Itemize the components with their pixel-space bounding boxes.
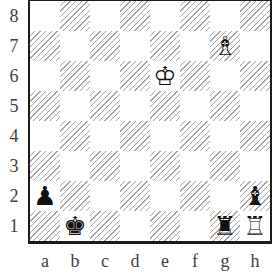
rank-label-7: 7 xyxy=(0,31,28,61)
rank-label-5: 5 xyxy=(0,91,28,121)
rank-label-8: 8 xyxy=(0,1,28,31)
square-e1[interactable] xyxy=(150,211,180,241)
rank-label-1: 1 xyxy=(0,211,28,241)
square-f1[interactable] xyxy=(180,211,210,241)
piece-white-rook[interactable]: ♖ xyxy=(240,211,270,241)
square-a5[interactable] xyxy=(30,91,60,121)
piece-black-pawn[interactable]: ♟ xyxy=(30,181,60,211)
file-label-e: e xyxy=(150,246,180,276)
chess-diagram: 87654321 ♗♔♟♝♚♜♖ abcdefgh xyxy=(0,0,279,279)
square-b7[interactable] xyxy=(60,31,90,61)
square-b5[interactable] xyxy=(60,91,90,121)
square-b3[interactable] xyxy=(60,151,90,181)
file-label-f: f xyxy=(180,246,210,276)
square-d4[interactable] xyxy=(120,121,150,151)
square-e6[interactable]: ♔ xyxy=(150,61,180,91)
square-c3[interactable] xyxy=(90,151,120,181)
square-g4[interactable] xyxy=(210,121,240,151)
square-a4[interactable] xyxy=(30,121,60,151)
square-d6[interactable] xyxy=(120,61,150,91)
square-g7[interactable]: ♗ xyxy=(210,31,240,61)
square-d8[interactable] xyxy=(120,1,150,31)
square-c4[interactable] xyxy=(90,121,120,151)
square-g1[interactable]: ♜ xyxy=(210,211,240,241)
file-label-b: b xyxy=(60,246,90,276)
square-a8[interactable] xyxy=(30,1,60,31)
square-e7[interactable] xyxy=(150,31,180,61)
square-b1[interactable]: ♚ xyxy=(60,211,90,241)
piece-black-bishop[interactable]: ♝ xyxy=(240,181,270,211)
square-h8[interactable] xyxy=(240,1,270,31)
file-label-c: c xyxy=(90,246,120,276)
chess-board: ♗♔♟♝♚♜♖ xyxy=(30,1,270,241)
rank-label-2: 2 xyxy=(0,181,28,211)
square-d2[interactable] xyxy=(120,181,150,211)
square-d7[interactable] xyxy=(120,31,150,61)
rank-label-4: 4 xyxy=(0,121,28,151)
file-label-a: a xyxy=(30,246,60,276)
square-h7[interactable] xyxy=(240,31,270,61)
square-b4[interactable] xyxy=(60,121,90,151)
square-h1[interactable]: ♖ xyxy=(240,211,270,241)
square-g6[interactable] xyxy=(210,61,240,91)
square-a1[interactable] xyxy=(30,211,60,241)
square-c1[interactable] xyxy=(90,211,120,241)
square-a2[interactable]: ♟ xyxy=(30,181,60,211)
square-f2[interactable] xyxy=(180,181,210,211)
square-e2[interactable] xyxy=(150,181,180,211)
piece-white-bishop[interactable]: ♗ xyxy=(210,31,240,61)
square-b2[interactable] xyxy=(60,181,90,211)
square-e4[interactable] xyxy=(150,121,180,151)
square-a6[interactable] xyxy=(30,61,60,91)
square-d5[interactable] xyxy=(120,91,150,121)
square-f6[interactable] xyxy=(180,61,210,91)
square-h4[interactable] xyxy=(240,121,270,151)
square-g2[interactable] xyxy=(210,181,240,211)
rank-label-3: 3 xyxy=(0,151,28,181)
square-g8[interactable] xyxy=(210,1,240,31)
square-h2[interactable]: ♝ xyxy=(240,181,270,211)
square-b6[interactable] xyxy=(60,61,90,91)
square-f4[interactable] xyxy=(180,121,210,151)
file-labels: abcdefgh xyxy=(30,246,270,276)
square-h3[interactable] xyxy=(240,151,270,181)
square-f3[interactable] xyxy=(180,151,210,181)
piece-white-king[interactable]: ♔ xyxy=(150,61,180,91)
square-h5[interactable] xyxy=(240,91,270,121)
file-label-g: g xyxy=(210,246,240,276)
square-e8[interactable] xyxy=(150,1,180,31)
square-g5[interactable] xyxy=(210,91,240,121)
square-f7[interactable] xyxy=(180,31,210,61)
square-f8[interactable] xyxy=(180,1,210,31)
rank-labels: 87654321 xyxy=(0,1,28,241)
piece-black-king[interactable]: ♚ xyxy=(60,211,90,241)
piece-black-rook[interactable]: ♜ xyxy=(210,211,240,241)
square-c8[interactable] xyxy=(90,1,120,31)
square-d3[interactable] xyxy=(120,151,150,181)
square-a3[interactable] xyxy=(30,151,60,181)
square-g3[interactable] xyxy=(210,151,240,181)
board-frame: ♗♔♟♝♚♜♖ xyxy=(28,0,272,244)
rank-label-6: 6 xyxy=(0,61,28,91)
square-c6[interactable] xyxy=(90,61,120,91)
square-e3[interactable] xyxy=(150,151,180,181)
square-c2[interactable] xyxy=(90,181,120,211)
file-label-h: h xyxy=(240,246,270,276)
square-h6[interactable] xyxy=(240,61,270,91)
square-c5[interactable] xyxy=(90,91,120,121)
square-c7[interactable] xyxy=(90,31,120,61)
square-e5[interactable] xyxy=(150,91,180,121)
square-d1[interactable] xyxy=(120,211,150,241)
square-f5[interactable] xyxy=(180,91,210,121)
square-a7[interactable] xyxy=(30,31,60,61)
square-b8[interactable] xyxy=(60,1,90,31)
file-label-d: d xyxy=(120,246,150,276)
